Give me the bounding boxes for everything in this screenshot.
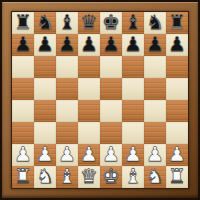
black-pawn[interactable]: ♟ bbox=[124, 34, 142, 55]
square-e4[interactable] bbox=[100, 100, 122, 122]
white-rook[interactable]: ♜ bbox=[168, 166, 186, 187]
square-e2[interactable]: ♟ bbox=[100, 144, 122, 166]
black-king[interactable]: ♚ bbox=[102, 12, 120, 33]
square-h6[interactable] bbox=[166, 56, 188, 78]
black-rook[interactable]: ♜ bbox=[168, 12, 186, 33]
white-bishop[interactable]: ♝ bbox=[58, 166, 76, 187]
white-pawn[interactable]: ♟ bbox=[36, 144, 54, 165]
square-e3[interactable] bbox=[100, 122, 122, 144]
square-b1[interactable]: ♞ bbox=[34, 166, 56, 188]
square-e7[interactable]: ♟ bbox=[100, 34, 122, 56]
square-d3[interactable] bbox=[78, 122, 100, 144]
black-pawn[interactable]: ♟ bbox=[80, 34, 98, 55]
white-knight[interactable]: ♞ bbox=[36, 166, 54, 187]
white-rook[interactable]: ♜ bbox=[14, 166, 32, 187]
white-knight[interactable]: ♞ bbox=[146, 166, 164, 187]
black-pawn[interactable]: ♟ bbox=[58, 34, 76, 55]
white-pawn[interactable]: ♟ bbox=[58, 144, 76, 165]
square-b5[interactable] bbox=[34, 78, 56, 100]
black-pawn[interactable]: ♟ bbox=[102, 34, 120, 55]
square-h5[interactable] bbox=[166, 78, 188, 100]
square-d1[interactable]: ♛ bbox=[78, 166, 100, 188]
square-c6[interactable] bbox=[56, 56, 78, 78]
square-f2[interactable]: ♟ bbox=[122, 144, 144, 166]
square-a7[interactable]: ♟ bbox=[12, 34, 34, 56]
square-d5[interactable] bbox=[78, 78, 100, 100]
black-pawn[interactable]: ♟ bbox=[14, 34, 32, 55]
square-b7[interactable]: ♟ bbox=[34, 34, 56, 56]
square-d8[interactable]: ♛ bbox=[78, 12, 100, 34]
square-c8[interactable]: ♝ bbox=[56, 12, 78, 34]
square-b3[interactable] bbox=[34, 122, 56, 144]
white-queen[interactable]: ♛ bbox=[80, 166, 98, 187]
square-g1[interactable]: ♞ bbox=[144, 166, 166, 188]
square-f6[interactable] bbox=[122, 56, 144, 78]
square-g2[interactable]: ♟ bbox=[144, 144, 166, 166]
square-f8[interactable]: ♝ bbox=[122, 12, 144, 34]
square-e8[interactable]: ♚ bbox=[100, 12, 122, 34]
square-c4[interactable] bbox=[56, 100, 78, 122]
square-g8[interactable]: ♞ bbox=[144, 12, 166, 34]
square-g7[interactable]: ♟ bbox=[144, 34, 166, 56]
square-f4[interactable] bbox=[122, 100, 144, 122]
board-frame: ♜♞♝♛♚♝♞♜♟♟♟♟♟♟♟♟♟♟♟♟♟♟♟♟♜♞♝♛♚♝♞♜ bbox=[0, 0, 200, 200]
chess-board: ♜♞♝♛♚♝♞♜♟♟♟♟♟♟♟♟♟♟♟♟♟♟♟♟♜♞♝♛♚♝♞♜ bbox=[11, 11, 189, 189]
black-pawn[interactable]: ♟ bbox=[168, 34, 186, 55]
square-h8[interactable]: ♜ bbox=[166, 12, 188, 34]
black-knight[interactable]: ♞ bbox=[146, 12, 164, 33]
black-queen[interactable]: ♛ bbox=[80, 12, 98, 33]
white-king[interactable]: ♚ bbox=[102, 166, 120, 187]
square-h7[interactable]: ♟ bbox=[166, 34, 188, 56]
square-g6[interactable] bbox=[144, 56, 166, 78]
square-d4[interactable] bbox=[78, 100, 100, 122]
white-pawn[interactable]: ♟ bbox=[168, 144, 186, 165]
square-c2[interactable]: ♟ bbox=[56, 144, 78, 166]
square-a4[interactable] bbox=[12, 100, 34, 122]
square-h3[interactable] bbox=[166, 122, 188, 144]
white-pawn[interactable]: ♟ bbox=[14, 144, 32, 165]
square-f1[interactable]: ♝ bbox=[122, 166, 144, 188]
square-a8[interactable]: ♜ bbox=[12, 12, 34, 34]
black-bishop[interactable]: ♝ bbox=[58, 12, 76, 33]
square-e6[interactable] bbox=[100, 56, 122, 78]
white-bishop[interactable]: ♝ bbox=[124, 166, 142, 187]
square-f3[interactable] bbox=[122, 122, 144, 144]
white-pawn[interactable]: ♟ bbox=[146, 144, 164, 165]
square-e5[interactable] bbox=[100, 78, 122, 100]
square-g3[interactable] bbox=[144, 122, 166, 144]
square-a1[interactable]: ♜ bbox=[12, 166, 34, 188]
black-rook[interactable]: ♜ bbox=[14, 12, 32, 33]
square-b2[interactable]: ♟ bbox=[34, 144, 56, 166]
square-a5[interactable] bbox=[12, 78, 34, 100]
black-pawn[interactable]: ♟ bbox=[146, 34, 164, 55]
square-h4[interactable] bbox=[166, 100, 188, 122]
square-b4[interactable] bbox=[34, 100, 56, 122]
white-pawn[interactable]: ♟ bbox=[124, 144, 142, 165]
square-a6[interactable] bbox=[12, 56, 34, 78]
square-f7[interactable]: ♟ bbox=[122, 34, 144, 56]
square-c5[interactable] bbox=[56, 78, 78, 100]
square-c3[interactable] bbox=[56, 122, 78, 144]
white-pawn[interactable]: ♟ bbox=[102, 144, 120, 165]
square-c7[interactable]: ♟ bbox=[56, 34, 78, 56]
black-bishop[interactable]: ♝ bbox=[124, 12, 142, 33]
white-pawn[interactable]: ♟ bbox=[80, 144, 98, 165]
square-e1[interactable]: ♚ bbox=[100, 166, 122, 188]
square-b6[interactable] bbox=[34, 56, 56, 78]
square-f5[interactable] bbox=[122, 78, 144, 100]
black-knight[interactable]: ♞ bbox=[36, 12, 54, 33]
square-c1[interactable]: ♝ bbox=[56, 166, 78, 188]
square-h1[interactable]: ♜ bbox=[166, 166, 188, 188]
square-g4[interactable] bbox=[144, 100, 166, 122]
black-pawn[interactable]: ♟ bbox=[36, 34, 54, 55]
square-a3[interactable] bbox=[12, 122, 34, 144]
square-d7[interactable]: ♟ bbox=[78, 34, 100, 56]
square-h2[interactable]: ♟ bbox=[166, 144, 188, 166]
square-b8[interactable]: ♞ bbox=[34, 12, 56, 34]
square-d2[interactable]: ♟ bbox=[78, 144, 100, 166]
square-a2[interactable]: ♟ bbox=[12, 144, 34, 166]
square-g5[interactable] bbox=[144, 78, 166, 100]
square-d6[interactable] bbox=[78, 56, 100, 78]
